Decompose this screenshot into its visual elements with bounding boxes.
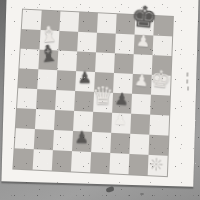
white-pawn-f3-ghost: ♟ [113, 112, 127, 128]
black-bishop-b6: ♝ [36, 42, 59, 67]
pieces-layer: ❊ ♚♝♟♝♟♟♚♛♟♟♟ [12, 9, 171, 175]
white-king-h5: ♚ [149, 67, 172, 92]
photo-frame: ❊ ♚♝♟♝♟♟♚♛♟♟♟ [0, 0, 200, 200]
white-pawn-g7: ♟ [135, 33, 150, 50]
photo-paper: ❊ ♚♝♟♝♟♟♚♛♟♟♟ [1, 0, 198, 187]
black-pawn-f4: ♟ [114, 91, 129, 108]
black-pawn-d2: ♟ [74, 130, 89, 146]
black-pawn-d5: ♟ [77, 70, 91, 86]
board-perspective-wrap: ❊ ♚♝♟♝♟♟♚♛♟♟♟ [8, 5, 176, 180]
paper-margin-marks [186, 72, 188, 76]
chess-board: ❊ ♚♝♟♝♟♟♚♛♟♟♟ [8, 5, 176, 180]
white-queen-e4: ♛ [91, 83, 114, 108]
black-king-g8: ♚ [129, 1, 158, 33]
faint-circle-mark: ❊ [149, 155, 164, 173]
bottom-edge-smudge [106, 186, 115, 193]
bottom-edge-speck [140, 193, 144, 195]
white-pawn-g5: ♟ [133, 72, 149, 89]
